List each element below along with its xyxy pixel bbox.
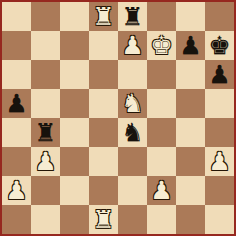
square-b8[interactable] bbox=[31, 2, 60, 31]
square-d4[interactable] bbox=[89, 118, 118, 147]
square-b6[interactable] bbox=[31, 60, 60, 89]
square-h4[interactable] bbox=[205, 118, 234, 147]
square-d1[interactable]: ♜ bbox=[89, 205, 118, 234]
square-b4[interactable]: ♜ bbox=[31, 118, 60, 147]
piece-black-pawn[interactable]: ♟ bbox=[5, 89, 27, 118]
square-b1[interactable] bbox=[31, 205, 60, 234]
piece-white-pawn[interactable]: ♟ bbox=[208, 147, 230, 176]
piece-black-rook[interactable]: ♜ bbox=[34, 118, 56, 147]
chess-board-frame: ♜♜♟♚♟♚♟♟♞♜♞♟♟♟♟♜ bbox=[0, 0, 236, 236]
square-e1[interactable] bbox=[118, 205, 147, 234]
piece-white-rook[interactable]: ♜ bbox=[92, 205, 114, 234]
piece-white-pawn[interactable]: ♟ bbox=[34, 147, 56, 176]
square-e7[interactable]: ♟ bbox=[118, 31, 147, 60]
square-d2[interactable] bbox=[89, 176, 118, 205]
square-g8[interactable] bbox=[176, 2, 205, 31]
square-c7[interactable] bbox=[60, 31, 89, 60]
square-f8[interactable] bbox=[147, 2, 176, 31]
square-b5[interactable] bbox=[31, 89, 60, 118]
square-d8[interactable]: ♜ bbox=[89, 2, 118, 31]
square-f6[interactable] bbox=[147, 60, 176, 89]
square-g6[interactable] bbox=[176, 60, 205, 89]
piece-black-king[interactable]: ♚ bbox=[208, 31, 230, 60]
square-g3[interactable] bbox=[176, 147, 205, 176]
square-h5[interactable] bbox=[205, 89, 234, 118]
square-b3[interactable]: ♟ bbox=[31, 147, 60, 176]
piece-white-knight[interactable]: ♞ bbox=[121, 89, 143, 118]
square-a6[interactable] bbox=[2, 60, 31, 89]
square-f5[interactable] bbox=[147, 89, 176, 118]
square-c1[interactable] bbox=[60, 205, 89, 234]
square-e8[interactable]: ♜ bbox=[118, 2, 147, 31]
square-a4[interactable] bbox=[2, 118, 31, 147]
square-g5[interactable] bbox=[176, 89, 205, 118]
square-c2[interactable] bbox=[60, 176, 89, 205]
square-c5[interactable] bbox=[60, 89, 89, 118]
piece-white-rook[interactable]: ♜ bbox=[92, 2, 114, 31]
square-c4[interactable] bbox=[60, 118, 89, 147]
square-f1[interactable] bbox=[147, 205, 176, 234]
square-h6[interactable]: ♟ bbox=[205, 60, 234, 89]
square-c6[interactable] bbox=[60, 60, 89, 89]
square-f2[interactable]: ♟ bbox=[147, 176, 176, 205]
square-d5[interactable] bbox=[89, 89, 118, 118]
square-e3[interactable] bbox=[118, 147, 147, 176]
square-b7[interactable] bbox=[31, 31, 60, 60]
square-a2[interactable]: ♟ bbox=[2, 176, 31, 205]
square-b2[interactable] bbox=[31, 176, 60, 205]
square-c8[interactable] bbox=[60, 2, 89, 31]
square-h2[interactable] bbox=[205, 176, 234, 205]
piece-white-pawn[interactable]: ♟ bbox=[5, 176, 27, 205]
square-d6[interactable] bbox=[89, 60, 118, 89]
square-d7[interactable] bbox=[89, 31, 118, 60]
square-e4[interactable]: ♞ bbox=[118, 118, 147, 147]
piece-black-rook[interactable]: ♜ bbox=[121, 2, 143, 31]
piece-white-pawn[interactable]: ♟ bbox=[121, 31, 143, 60]
square-a3[interactable] bbox=[2, 147, 31, 176]
chess-board: ♜♜♟♚♟♚♟♟♞♜♞♟♟♟♟♜ bbox=[2, 2, 234, 234]
piece-black-pawn[interactable]: ♟ bbox=[208, 60, 230, 89]
square-h3[interactable]: ♟ bbox=[205, 147, 234, 176]
square-a8[interactable] bbox=[2, 2, 31, 31]
square-g4[interactable] bbox=[176, 118, 205, 147]
piece-black-pawn[interactable]: ♟ bbox=[179, 31, 201, 60]
square-e6[interactable] bbox=[118, 60, 147, 89]
square-h7[interactable]: ♚ bbox=[205, 31, 234, 60]
square-c3[interactable] bbox=[60, 147, 89, 176]
square-f4[interactable] bbox=[147, 118, 176, 147]
square-a7[interactable] bbox=[2, 31, 31, 60]
piece-white-pawn[interactable]: ♟ bbox=[150, 176, 172, 205]
square-h8[interactable] bbox=[205, 2, 234, 31]
square-f3[interactable] bbox=[147, 147, 176, 176]
square-f7[interactable]: ♚ bbox=[147, 31, 176, 60]
square-a5[interactable]: ♟ bbox=[2, 89, 31, 118]
square-g2[interactable] bbox=[176, 176, 205, 205]
square-a1[interactable] bbox=[2, 205, 31, 234]
square-e2[interactable] bbox=[118, 176, 147, 205]
square-g7[interactable]: ♟ bbox=[176, 31, 205, 60]
square-h1[interactable] bbox=[205, 205, 234, 234]
square-g1[interactable] bbox=[176, 205, 205, 234]
square-e5[interactable]: ♞ bbox=[118, 89, 147, 118]
square-d3[interactable] bbox=[89, 147, 118, 176]
piece-black-knight[interactable]: ♞ bbox=[121, 118, 143, 147]
piece-white-king[interactable]: ♚ bbox=[150, 31, 172, 60]
